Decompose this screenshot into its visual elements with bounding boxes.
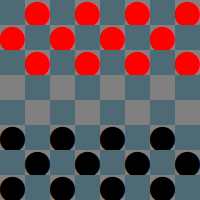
black-checker-piece[interactable]: ● (100, 175, 125, 199)
square-r7c5 (125, 175, 150, 200)
square-r0c0 (0, 0, 25, 25)
square-r0c4 (100, 0, 125, 25)
red-checker-piece[interactable]: ● (25, 50, 50, 74)
square-r0c5[interactable]: ● (125, 0, 150, 25)
red-checker-piece[interactable]: ● (125, 0, 150, 24)
square-r5c6[interactable]: ● (150, 125, 175, 150)
black-checker-piece[interactable]: ● (75, 150, 100, 174)
red-checker-piece[interactable]: ● (125, 50, 150, 74)
square-r6c4 (100, 150, 125, 175)
black-checker-piece[interactable]: ● (100, 125, 125, 149)
black-checker-piece[interactable]: ● (0, 125, 25, 149)
square-r2c1[interactable]: ● (25, 50, 50, 75)
square-r3c2[interactable] (50, 75, 75, 100)
square-r5c1 (25, 125, 50, 150)
black-checker-piece[interactable]: ● (50, 175, 75, 199)
square-r2c3[interactable]: ● (75, 50, 100, 75)
square-r1c4[interactable]: ● (100, 25, 125, 50)
square-r5c5 (125, 125, 150, 150)
red-checker-piece[interactable]: ● (150, 25, 175, 49)
square-r3c6[interactable] (150, 75, 175, 100)
square-r1c3 (75, 25, 100, 50)
black-checker-piece[interactable]: ● (50, 125, 75, 149)
black-checker-piece[interactable]: ● (175, 150, 200, 174)
square-r6c7[interactable]: ● (175, 150, 200, 175)
square-r7c4[interactable]: ● (100, 175, 125, 200)
square-r7c7 (175, 175, 200, 200)
square-r1c2[interactable]: ● (50, 25, 75, 50)
square-r1c7 (175, 25, 200, 50)
square-r3c4[interactable] (100, 75, 125, 100)
red-checker-piece[interactable]: ● (75, 50, 100, 74)
red-checker-piece[interactable]: ● (100, 25, 125, 49)
black-checker-piece[interactable]: ● (125, 150, 150, 174)
black-checker-piece[interactable]: ● (25, 150, 50, 174)
red-checker-piece[interactable]: ● (0, 25, 25, 49)
square-r3c5 (125, 75, 150, 100)
black-checker-piece[interactable]: ● (150, 175, 175, 199)
square-r2c7[interactable]: ● (175, 50, 200, 75)
square-r7c6[interactable]: ● (150, 175, 175, 200)
square-r7c0[interactable]: ● (0, 175, 25, 200)
square-r2c2 (50, 50, 75, 75)
black-checker-piece[interactable]: ● (150, 125, 175, 149)
square-r1c5 (125, 25, 150, 50)
square-r0c3[interactable]: ● (75, 0, 100, 25)
square-r4c6 (150, 100, 175, 125)
square-r2c5[interactable]: ● (125, 50, 150, 75)
square-r5c2[interactable]: ● (50, 125, 75, 150)
square-r3c7 (175, 75, 200, 100)
square-r1c6[interactable]: ● (150, 25, 175, 50)
square-r0c1[interactable]: ● (25, 0, 50, 25)
red-checker-piece[interactable]: ● (175, 0, 200, 24)
square-r6c0 (0, 150, 25, 175)
square-r4c1[interactable] (25, 100, 50, 125)
square-r0c7[interactable]: ● (175, 0, 200, 25)
square-r4c4 (100, 100, 125, 125)
square-r4c7[interactable] (175, 100, 200, 125)
square-r4c5[interactable] (125, 100, 150, 125)
square-r2c6 (150, 50, 175, 75)
square-r4c0 (0, 100, 25, 125)
square-r2c4 (100, 50, 125, 75)
red-checker-piece[interactable]: ● (50, 25, 75, 49)
square-r4c3[interactable] (75, 100, 100, 125)
square-r6c6 (150, 150, 175, 175)
square-r6c1[interactable]: ● (25, 150, 50, 175)
red-checker-piece[interactable]: ● (25, 0, 50, 24)
square-r3c1 (25, 75, 50, 100)
square-r7c3 (75, 175, 100, 200)
black-checker-piece[interactable]: ● (0, 175, 25, 199)
square-r3c0[interactable] (0, 75, 25, 100)
square-r6c5[interactable]: ● (125, 150, 150, 175)
square-r1c1 (25, 25, 50, 50)
square-r5c4[interactable]: ● (100, 125, 125, 150)
square-r4c2 (50, 100, 75, 125)
square-r0c6 (150, 0, 175, 25)
square-r5c3 (75, 125, 100, 150)
red-checker-piece[interactable]: ● (175, 50, 200, 74)
square-r2c0 (0, 50, 25, 75)
checkers-board: ●●●●●●●●●●●●●●●●●●●●●●●● (0, 0, 200, 200)
square-r5c0[interactable]: ● (0, 125, 25, 150)
square-r5c7 (175, 125, 200, 150)
square-r7c1 (25, 175, 50, 200)
square-r6c2 (50, 150, 75, 175)
square-r1c0[interactable]: ● (0, 25, 25, 50)
square-r3c3 (75, 75, 100, 100)
square-r7c2[interactable]: ● (50, 175, 75, 200)
square-r0c2 (50, 0, 75, 25)
square-r6c3[interactable]: ● (75, 150, 100, 175)
red-checker-piece[interactable]: ● (75, 0, 100, 24)
